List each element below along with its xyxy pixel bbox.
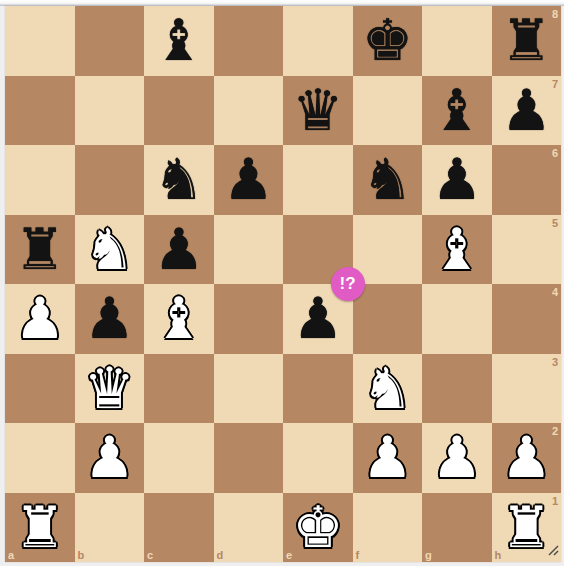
square-a4[interactable]: ♟ — [5, 284, 75, 354]
square-g6[interactable]: ♟ — [422, 145, 492, 215]
square-c1[interactable]: c — [144, 493, 214, 563]
square-f2[interactable]: ♟ — [353, 423, 423, 493]
square-h7[interactable]: ♟7 — [492, 76, 562, 146]
square-e6[interactable] — [283, 145, 353, 215]
black-king-f8[interactable]: ♚ — [353, 6, 423, 76]
square-h2[interactable]: ♟2 — [492, 423, 562, 493]
resize-grip-icon[interactable] — [547, 542, 559, 560]
coord-file-d: d — [217, 549, 224, 561]
square-d4[interactable] — [214, 284, 284, 354]
square-g8[interactable] — [422, 6, 492, 76]
black-knight-c6[interactable]: ♞ — [144, 145, 214, 215]
square-b4[interactable]: ♟ — [75, 284, 145, 354]
square-e1[interactable]: ♚e — [283, 493, 353, 563]
black-bishop-g7[interactable]: ♝ — [422, 76, 492, 146]
square-h3[interactable]: 3 — [492, 354, 562, 424]
square-b2[interactable]: ♟ — [75, 423, 145, 493]
square-b5[interactable]: ♞ — [75, 215, 145, 285]
square-d8[interactable] — [214, 6, 284, 76]
white-pawn-b2[interactable]: ♟ — [75, 423, 145, 493]
square-a8[interactable] — [5, 6, 75, 76]
black-rook-a5[interactable]: ♜ — [5, 215, 75, 285]
square-h8[interactable]: ♜8 — [492, 6, 562, 76]
square-d6[interactable]: ♟ — [214, 145, 284, 215]
coord-file-f: f — [356, 549, 360, 561]
coord-rank-5: 5 — [552, 217, 558, 229]
square-c2[interactable] — [144, 423, 214, 493]
square-c6[interactable]: ♞ — [144, 145, 214, 215]
square-f3[interactable]: ♞ — [353, 354, 423, 424]
white-pawn-f2[interactable]: ♟ — [353, 423, 423, 493]
square-g4[interactable] — [422, 284, 492, 354]
square-a6[interactable] — [5, 145, 75, 215]
square-h6[interactable]: 6 — [492, 145, 562, 215]
square-c3[interactable] — [144, 354, 214, 424]
square-d2[interactable] — [214, 423, 284, 493]
black-pawn-h7[interactable]: ♟ — [492, 76, 562, 146]
white-bishop-c4[interactable]: ♝ — [144, 284, 214, 354]
square-g1[interactable]: g — [422, 493, 492, 563]
white-rook-a1[interactable]: ♜ — [5, 493, 75, 563]
interesting-move-badge: !? — [331, 267, 365, 301]
square-g7[interactable]: ♝ — [422, 76, 492, 146]
coord-rank-3: 3 — [552, 356, 558, 368]
black-knight-f6[interactable]: ♞ — [353, 145, 423, 215]
square-d3[interactable] — [214, 354, 284, 424]
coord-file-g: g — [425, 549, 432, 561]
coord-file-b: b — [78, 549, 85, 561]
square-b1[interactable]: b — [75, 493, 145, 563]
square-d7[interactable] — [214, 76, 284, 146]
square-c8[interactable]: ♝ — [144, 6, 214, 76]
coord-file-c: c — [147, 549, 153, 561]
square-b8[interactable] — [75, 6, 145, 76]
square-d1[interactable]: d — [214, 493, 284, 563]
black-pawn-d6[interactable]: ♟ — [214, 145, 284, 215]
square-f8[interactable]: ♚ — [353, 6, 423, 76]
black-bishop-c8[interactable]: ♝ — [144, 6, 214, 76]
square-c5[interactable]: ♟ — [144, 215, 214, 285]
black-pawn-g6[interactable]: ♟ — [422, 145, 492, 215]
square-a2[interactable] — [5, 423, 75, 493]
square-g3[interactable] — [422, 354, 492, 424]
square-f7[interactable] — [353, 76, 423, 146]
square-g2[interactable]: ♟ — [422, 423, 492, 493]
white-pawn-g2[interactable]: ♟ — [422, 423, 492, 493]
square-g5[interactable]: ♝ — [422, 215, 492, 285]
black-pawn-b4[interactable]: ♟ — [75, 284, 145, 354]
square-a5[interactable]: ♜ — [5, 215, 75, 285]
square-e2[interactable] — [283, 423, 353, 493]
black-pawn-c5[interactable]: ♟ — [144, 215, 214, 285]
square-e3[interactable] — [283, 354, 353, 424]
square-a3[interactable] — [5, 354, 75, 424]
white-pawn-h2[interactable]: ♟ — [492, 423, 562, 493]
square-e8[interactable] — [283, 6, 353, 76]
white-knight-b5[interactable]: ♞ — [75, 215, 145, 285]
black-rook-h8[interactable]: ♜ — [492, 6, 562, 76]
square-f6[interactable]: ♞ — [353, 145, 423, 215]
square-b7[interactable] — [75, 76, 145, 146]
white-pawn-a4[interactable]: ♟ — [5, 284, 75, 354]
square-d5[interactable] — [214, 215, 284, 285]
square-f4[interactable] — [353, 284, 423, 354]
white-queen-b3[interactable]: ♛ — [75, 354, 145, 424]
square-f5[interactable] — [353, 215, 423, 285]
black-queen-e7[interactable]: ♛ — [283, 76, 353, 146]
white-king-e1[interactable]: ♚ — [283, 493, 353, 563]
white-knight-f3[interactable]: ♞ — [353, 354, 423, 424]
square-h5[interactable]: 5 — [492, 215, 562, 285]
square-c7[interactable] — [144, 76, 214, 146]
chess-board[interactable]: ♝♚♜8♛♝♟7♞♟♞♟6♜♞♟♝5♟♟♝♟4♛♞3♟♟♟♟2♜abcd♚efg… — [5, 6, 561, 562]
white-bishop-g5[interactable]: ♝ — [422, 215, 492, 285]
coord-rank-4: 4 — [552, 286, 558, 298]
square-f1[interactable]: f — [353, 493, 423, 563]
square-c4[interactable]: ♝ — [144, 284, 214, 354]
square-b6[interactable] — [75, 145, 145, 215]
square-a1[interactable]: ♜a — [5, 493, 75, 563]
square-h4[interactable]: 4 — [492, 284, 562, 354]
coord-rank-6: 6 — [552, 147, 558, 159]
square-e7[interactable]: ♛ — [283, 76, 353, 146]
square-a7[interactable] — [5, 76, 75, 146]
square-b3[interactable]: ♛ — [75, 354, 145, 424]
